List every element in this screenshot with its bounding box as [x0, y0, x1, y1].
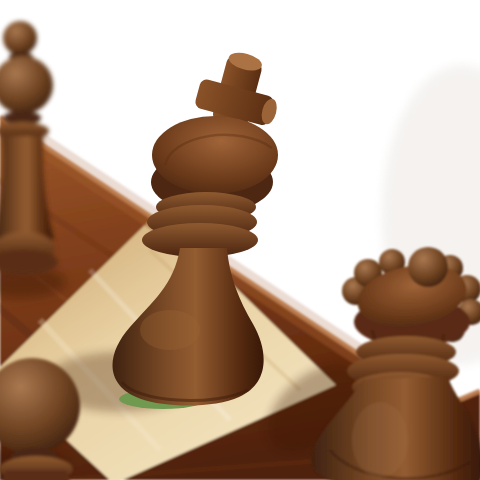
chess-photo-canvas: Close-up photograph of dark wooden chess…: [0, 0, 480, 480]
king-base-highlight: [140, 310, 200, 350]
bishop-finial-ball: [3, 21, 37, 55]
queen-body-highlight: [352, 402, 408, 478]
pawn-body-clipped: [0, 470, 72, 480]
chess-closeup-photo: Close-up photograph of dark wooden chess…: [0, 0, 480, 480]
queen-finial-ball: [408, 247, 448, 287]
